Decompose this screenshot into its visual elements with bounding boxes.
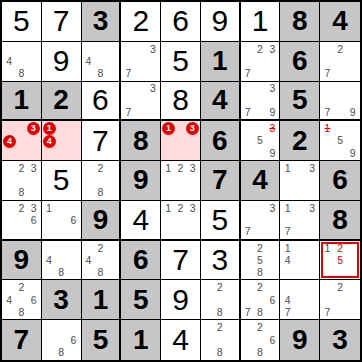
candidate-3: 3 <box>187 202 199 214</box>
candidate-grid: 68 <box>43 321 80 359</box>
cell-r7c8[interactable]: 14 <box>280 241 320 281</box>
cell-r5c4[interactable]: 9 <box>121 161 161 201</box>
cell-r7c7[interactable]: 258 <box>241 241 281 281</box>
cell-r2c6[interactable]: 1 <box>201 42 241 82</box>
cell-r3c9[interactable]: 79 <box>320 82 360 122</box>
cell-r9c6[interactable]: 28 <box>201 320 241 360</box>
candidate-grid: 27 <box>321 281 359 318</box>
cell-r8c5[interactable]: 9 <box>161 280 201 320</box>
given-digit: 9 <box>14 246 30 274</box>
cell-r4c2[interactable]: 14 <box>42 121 82 161</box>
cell-r1c1[interactable]: 5 <box>2 2 42 42</box>
candidate-grid: 37 <box>122 83 159 119</box>
candidate-1-circled: 1 <box>43 122 56 135</box>
solved-digit: 9 <box>53 46 70 76</box>
cell-r6c3[interactable]: 9 <box>82 201 122 241</box>
cell-r5c5[interactable]: 123 <box>161 161 201 201</box>
candidate-5: 5 <box>254 254 266 266</box>
candidate-6: 6 <box>266 294 278 306</box>
cell-r9c9[interactable]: 3 <box>320 320 360 360</box>
candidate-2: 2 <box>254 281 266 293</box>
candidate-8: 8 <box>94 67 106 79</box>
solved-digit: 9 <box>172 285 189 315</box>
candidate-9: 9 <box>346 106 359 118</box>
candidate-8: 8 <box>94 266 106 278</box>
candidate-2: 2 <box>214 321 226 334</box>
candidate-1: 1 <box>281 162 293 174</box>
candidate-grid: 28 <box>83 162 119 199</box>
cell-r1c4[interactable]: 2 <box>121 2 161 42</box>
candidate-2-red: 2 <box>334 242 347 254</box>
candidate-9: 9 <box>266 106 278 118</box>
candidate-1: 1 <box>162 202 174 214</box>
given-digit: 7 <box>212 166 228 194</box>
given-digit: 7 <box>14 326 30 354</box>
given-digit: 2 <box>292 127 308 155</box>
solved-digit: 5 <box>53 165 70 195</box>
solved-digit: 5 <box>172 46 189 76</box>
given-digit: 9 <box>133 166 149 194</box>
given-digit: 4 <box>332 7 348 35</box>
given-digit: 4 <box>252 166 268 194</box>
cell-r3c5[interactable]: 8 <box>161 82 201 122</box>
candidate-8: 8 <box>15 306 27 318</box>
solved-digit: 5 <box>211 205 228 235</box>
candidate-8: 8 <box>94 187 106 199</box>
cell-r2c1[interactable]: 48 <box>2 42 42 82</box>
candidate-5-red: 5 <box>334 254 347 266</box>
candidate-3: 3 <box>28 202 40 214</box>
candidate-4: 4 <box>83 55 95 67</box>
solved-digit: 7 <box>172 245 189 275</box>
candidate-6: 6 <box>28 214 40 226</box>
cell-r9c2[interactable]: 68 <box>42 320 82 360</box>
given-digit: 3 <box>332 326 348 354</box>
cell-r1c2[interactable]: 7 <box>42 2 82 42</box>
cell-r2c9[interactable]: 27 <box>320 42 360 82</box>
cell-r6c9[interactable]: 8 <box>320 201 360 241</box>
candidate-8: 8 <box>214 346 226 359</box>
cell-r9c5[interactable]: 4 <box>161 320 201 360</box>
given-digit: 1 <box>133 326 149 354</box>
cell-r8c3[interactable]: 1 <box>82 280 122 320</box>
candidate-grid: 47 <box>281 281 318 318</box>
cell-r2c7[interactable]: 237 <box>241 42 281 82</box>
cell-r2c3[interactable]: 48 <box>82 42 122 82</box>
given-digit: 8 <box>292 7 308 35</box>
cell-r3c8[interactable]: 5 <box>280 82 320 122</box>
cell-r7c4[interactable]: 6 <box>121 241 161 281</box>
cell-r5c6[interactable]: 7 <box>201 161 241 201</box>
given-digit: 6 <box>292 47 308 75</box>
cell-r2c4[interactable]: 37 <box>121 42 161 82</box>
cell-r7c3[interactable]: 248 <box>82 241 122 281</box>
candidate-1: 1 <box>281 202 293 214</box>
candidate-4: 4 <box>83 254 95 266</box>
candidate-3: 3 <box>147 83 159 95</box>
candidate-grid: 48 <box>43 242 80 279</box>
solved-digit: 7 <box>92 126 109 156</box>
candidate-2: 2 <box>94 162 106 174</box>
given-digit: 2 <box>53 86 69 114</box>
candidate-3: 3 <box>266 43 278 55</box>
given-digit: 4 <box>212 86 228 114</box>
cell-r7c6[interactable]: 3 <box>201 241 241 281</box>
given-digit: 3 <box>53 286 69 314</box>
cell-r4c9[interactable]: 159 <box>320 121 360 161</box>
candidate-3-circled: 3 <box>27 122 40 135</box>
given-digit: 5 <box>292 86 308 114</box>
candidate-6: 6 <box>28 294 40 306</box>
candidate-7: 7 <box>321 67 334 79</box>
candidate-9: 9 <box>346 147 359 159</box>
solved-digit: 5 <box>13 6 30 36</box>
candidate-2: 2 <box>214 281 226 293</box>
candidate-grid: 2468 <box>3 281 40 318</box>
solved-digit: 7 <box>53 6 70 36</box>
candidate-6: 6 <box>67 334 79 347</box>
candidate-2: 2 <box>15 162 27 174</box>
given-digit: 6 <box>212 127 228 155</box>
solved-digit: 8 <box>172 85 189 115</box>
cell-r8c9[interactable]: 27 <box>320 280 360 320</box>
cell-r4c8[interactable]: 2 <box>280 121 320 161</box>
candidate-grid: 13 <box>281 162 318 199</box>
candidate-7: 7 <box>281 306 293 318</box>
candidate-2: 2 <box>254 242 266 254</box>
cell-r8c2[interactable]: 3 <box>42 280 82 320</box>
candidate-grid: 79 <box>321 83 359 119</box>
cell-r5c1[interactable]: 238 <box>2 161 42 201</box>
cell-r1c3[interactable]: 3 <box>82 2 122 42</box>
given-digit: 1 <box>93 286 109 314</box>
candidate-grid: 359 <box>242 122 279 159</box>
candidate-4: 4 <box>281 294 293 306</box>
candidate-2: 2 <box>15 281 27 293</box>
given-digit: 5 <box>93 326 109 354</box>
candidate-6: 6 <box>67 214 79 226</box>
candidate-grid: 258 <box>242 242 279 279</box>
given-digit: 1 <box>212 47 228 75</box>
candidate-grid: 248 <box>83 242 119 279</box>
cell-r1c9[interactable]: 4 <box>320 2 360 42</box>
candidate-3: 3 <box>266 202 278 214</box>
candidate-7: 7 <box>242 306 254 318</box>
candidate-grid: 48 <box>3 43 40 80</box>
cell-r9c3[interactable]: 5 <box>82 320 122 360</box>
candidate-2: 2 <box>174 202 186 214</box>
candidate-grid: 238 <box>3 162 40 199</box>
candidate-1: 1 <box>43 202 55 214</box>
solved-digit: 2 <box>132 6 149 36</box>
candidate-8: 8 <box>15 187 27 199</box>
candidate-grid: 379 <box>242 83 279 119</box>
cell-r3c4[interactable]: 37 <box>121 82 161 122</box>
cell-r6c2[interactable]: 16 <box>42 201 82 241</box>
cell-r4c3[interactable]: 7 <box>82 121 122 161</box>
candidate-grid: 237 <box>242 43 279 80</box>
cell-r1c5[interactable]: 6 <box>161 2 201 42</box>
cell-r1c6[interactable]: 9 <box>201 2 241 42</box>
cell-r3c7[interactable]: 379 <box>241 82 281 122</box>
cell-r6c1[interactable]: 236 <box>2 201 42 241</box>
candidate-1: 1 <box>321 242 334 254</box>
candidate-7: 7 <box>321 306 334 318</box>
cell-r6c6[interactable]: 5 <box>201 201 241 241</box>
candidate-9: 9 <box>266 147 278 159</box>
cell-r4c1[interactable]: 34 <box>2 121 42 161</box>
candidate-8: 8 <box>55 266 67 278</box>
candidate-2: 2 <box>15 202 27 214</box>
candidate-8: 8 <box>15 67 27 79</box>
candidate-grid: 27 <box>321 43 359 80</box>
cell-r6c8[interactable]: 137 <box>280 201 320 241</box>
candidate-4: 4 <box>3 55 15 67</box>
candidate-grid: 123 <box>162 162 199 199</box>
candidate-2: 2 <box>94 242 106 254</box>
cell-r6c4[interactable]: 4 <box>121 201 161 241</box>
cell-r7c2[interactable]: 48 <box>42 241 82 281</box>
cell-r2c5[interactable]: 5 <box>161 42 201 82</box>
cell-r5c2[interactable]: 5 <box>42 161 82 201</box>
given-digit: 8 <box>133 127 149 155</box>
cell-r8c8[interactable]: 47 <box>280 280 320 320</box>
candidate-grid: 48 <box>83 43 119 80</box>
cell-r5c7[interactable]: 4 <box>241 161 281 201</box>
cell-r3c3[interactable]: 6 <box>82 82 122 122</box>
cell-r9c4[interactable]: 1 <box>121 320 161 360</box>
cell-r4c6[interactable]: 6 <box>201 121 241 161</box>
candidate-grid: 159 <box>321 122 359 159</box>
solved-digit: 1 <box>252 6 269 36</box>
cell-r6c7[interactable]: 37 <box>241 201 281 241</box>
candidate-3-eliminated: 3 <box>266 122 278 134</box>
given-digit: 6 <box>332 166 348 194</box>
cell-r5c9[interactable]: 6 <box>320 161 360 201</box>
candidate-grid: 14 <box>43 122 80 159</box>
candidate-7: 7 <box>122 106 134 118</box>
cell-r6c5[interactable]: 123 <box>161 201 201 241</box>
cell-r9c8[interactable]: 9 <box>280 320 320 360</box>
candidate-5: 5 <box>254 135 266 147</box>
solved-digit: 6 <box>172 6 189 36</box>
cell-r9c7[interactable]: 268 <box>241 320 281 360</box>
candidate-grid: 125 <box>321 242 359 279</box>
candidate-grid: 236 <box>3 202 40 238</box>
candidate-7: 7 <box>242 106 254 118</box>
cell-r4c7[interactable]: 359 <box>241 121 281 161</box>
cell-r1c7[interactable]: 1 <box>241 2 281 42</box>
cell-r8c7[interactable]: 2678 <box>241 280 281 320</box>
cell-r3c2[interactable]: 2 <box>42 82 82 122</box>
cell-r8c6[interactable]: 28 <box>201 280 241 320</box>
cell-r2c2[interactable]: 9 <box>42 42 82 82</box>
candidate-7: 7 <box>242 67 254 79</box>
candidate-2: 2 <box>334 43 347 55</box>
candidate-2: 2 <box>334 281 347 293</box>
candidate-6: 6 <box>266 334 278 347</box>
candidate-4: 4 <box>43 254 55 266</box>
candidate-grid: 137 <box>281 202 318 238</box>
candidate-3: 3 <box>187 162 199 174</box>
candidate-1-eliminated: 1 <box>321 122 334 134</box>
candidate-3: 3 <box>306 162 318 174</box>
candidate-1-circled: 1 <box>162 122 175 135</box>
cell-r7c1[interactable]: 9 <box>2 241 42 281</box>
cell-r5c8[interactable]: 13 <box>280 161 320 201</box>
candidate-4-circled: 4 <box>3 135 16 148</box>
solved-digit: 4 <box>172 325 189 355</box>
cell-r9c1[interactable]: 7 <box>2 320 42 360</box>
candidate-5: 5 <box>334 135 347 147</box>
cell-r1c8[interactable]: 8 <box>280 2 320 42</box>
candidate-grid: 28 <box>202 281 238 318</box>
given-digit: 8 <box>332 206 348 234</box>
given-digit: 1 <box>14 86 30 114</box>
candidate-grid: 14 <box>281 242 318 279</box>
cell-r8c4[interactable]: 5 <box>121 280 161 320</box>
candidate-grid: 123 <box>162 202 199 238</box>
cell-r7c5[interactable]: 7 <box>161 241 201 281</box>
candidate-grid: 16 <box>43 202 80 238</box>
cell-r4c4[interactable]: 8 <box>121 121 161 161</box>
candidate-3-circled: 3 <box>186 122 199 135</box>
cell-r7c9[interactable]: 125 <box>320 241 360 281</box>
candidate-grid: 13 <box>162 122 199 159</box>
solved-digit: 4 <box>132 205 149 235</box>
candidate-grid: 268 <box>242 321 279 359</box>
candidate-2: 2 <box>174 162 186 174</box>
candidate-2: 2 <box>254 321 266 334</box>
candidate-grid: 2678 <box>242 281 279 318</box>
candidate-4-circled: 4 <box>43 135 56 148</box>
cell-r8c1[interactable]: 2468 <box>2 280 42 320</box>
candidate-1: 1 <box>281 242 293 254</box>
solved-digit: 9 <box>211 6 228 36</box>
candidate-7: 7 <box>281 226 293 238</box>
solved-digit: 6 <box>92 85 109 115</box>
given-digit: 6 <box>133 246 149 274</box>
candidate-8: 8 <box>254 266 266 278</box>
candidate-8: 8 <box>254 306 266 318</box>
cell-r3c6[interactable]: 4 <box>201 82 241 122</box>
cell-r4c5[interactable]: 13 <box>161 121 201 161</box>
candidate-8: 8 <box>214 306 226 318</box>
candidate-7: 7 <box>321 106 334 118</box>
candidate-3: 3 <box>147 43 159 55</box>
cell-r5c3[interactable]: 28 <box>82 161 122 201</box>
candidate-grid: 34 <box>3 122 40 159</box>
candidate-3: 3 <box>306 202 318 214</box>
given-digit: 5 <box>133 286 149 314</box>
candidate-4: 4 <box>3 294 15 306</box>
cell-r3c1[interactable]: 1 <box>2 82 42 122</box>
cell-r2c8[interactable]: 6 <box>280 42 320 82</box>
candidate-grid: 37 <box>122 43 159 80</box>
given-digit: 3 <box>93 7 109 35</box>
candidate-1: 1 <box>162 162 174 174</box>
solved-digit: 3 <box>211 245 228 275</box>
candidate-8: 8 <box>55 346 67 359</box>
candidate-7: 7 <box>242 226 254 238</box>
candidate-3: 3 <box>266 83 278 95</box>
candidate-3: 3 <box>28 162 40 174</box>
given-digit: 9 <box>93 206 109 234</box>
sudoku-board: 5732691844894837512376271263784379579341… <box>0 0 362 362</box>
given-digit: 9 <box>292 326 308 354</box>
candidate-2: 2 <box>254 43 266 55</box>
candidate-grid: 28 <box>202 321 238 359</box>
candidate-8: 8 <box>254 346 266 359</box>
candidate-4: 4 <box>281 254 293 266</box>
candidate-7: 7 <box>122 67 134 79</box>
candidate-grid: 37 <box>242 202 279 238</box>
